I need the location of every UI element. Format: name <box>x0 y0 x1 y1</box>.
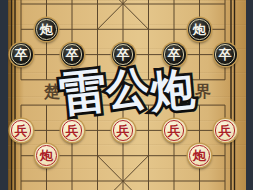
piece-character: 炮 <box>193 149 206 162</box>
piece-character: 卒 <box>219 48 232 61</box>
piece-black-soldier[interactable]: 卒 <box>214 43 237 66</box>
piece-red-soldier[interactable]: 兵 <box>10 119 33 142</box>
piece-character: 卒 <box>15 48 28 61</box>
piece-character: 兵 <box>219 124 232 137</box>
piece-character: 兵 <box>15 124 28 137</box>
piece-black-cannon[interactable]: 炮 <box>188 18 211 41</box>
piece-black-cannon[interactable]: 炮 <box>35 18 58 41</box>
title-character: 雷 <box>56 59 109 127</box>
piece-red-soldier[interactable]: 兵 <box>214 119 237 142</box>
title-overlay: 雷公炮 <box>58 56 195 124</box>
screen: 楚 河 漢 界 炮炮卒卒卒卒卒兵兵兵兵兵炮炮 雷公炮 <box>0 0 253 190</box>
piece-character: 炮 <box>40 149 53 162</box>
piece-character: 炮 <box>193 23 206 36</box>
piece-red-soldier[interactable]: 兵 <box>112 119 135 142</box>
piece-red-soldier[interactable]: 兵 <box>163 119 186 142</box>
piece-character: 炮 <box>40 23 53 36</box>
piece-character: 兵 <box>168 124 181 137</box>
title-character: 炮 <box>148 60 197 123</box>
title-character: 公 <box>106 60 150 119</box>
piece-character: 兵 <box>117 124 130 137</box>
piece-black-soldier[interactable]: 卒 <box>10 43 33 66</box>
piece-red-cannon[interactable]: 炮 <box>188 144 211 167</box>
piece-red-cannon[interactable]: 炮 <box>35 144 58 167</box>
